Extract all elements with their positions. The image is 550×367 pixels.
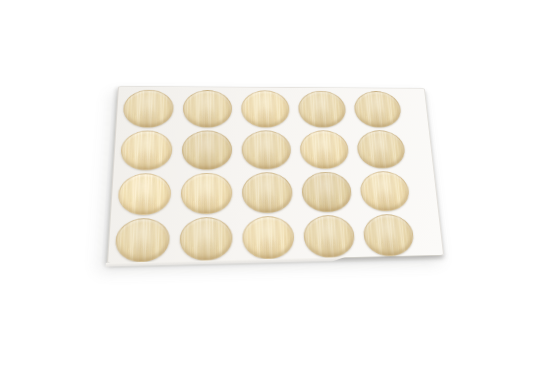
photo-stage [0, 0, 550, 367]
cover-cap [299, 130, 349, 169]
cover-cap [182, 131, 233, 170]
cap-cell [354, 170, 415, 214]
cover-cap [241, 90, 290, 127]
cap-cell [351, 129, 411, 170]
cap-cell [177, 129, 238, 172]
cap-cell [237, 89, 295, 129]
cover-cap [120, 131, 173, 171]
cap-cell [174, 215, 238, 263]
cap-cell [349, 90, 407, 129]
cover-cap [362, 214, 415, 257]
cap-sheet [107, 86, 444, 264]
cap-cell [237, 214, 299, 261]
cap-cell [178, 89, 237, 130]
cover-cap [242, 172, 293, 213]
cover-cap [242, 216, 294, 260]
cover-cap [117, 173, 171, 215]
cover-cap [303, 215, 356, 258]
cover-cap [114, 218, 170, 263]
cover-cap [183, 90, 232, 128]
cap-cell [112, 172, 177, 218]
cover-cap [122, 90, 174, 128]
cap-cell [115, 129, 178, 172]
cap-cell [237, 171, 298, 216]
cap-cell [175, 171, 237, 216]
cover-cap [179, 217, 232, 261]
cap-cell [296, 170, 357, 214]
cover-cap [359, 171, 411, 211]
cover-cap [242, 130, 292, 169]
cover-cap [353, 91, 402, 127]
cap-cell [293, 89, 351, 129]
cover-cap [298, 91, 347, 128]
cap-cell [109, 216, 175, 264]
cover-cap [356, 130, 406, 168]
cap-cell [357, 212, 420, 258]
cover-cap [180, 173, 232, 215]
cap-cell [117, 88, 178, 129]
cap-cell [298, 213, 361, 260]
cap-cell [295, 129, 355, 171]
cover-cap [301, 172, 352, 213]
cap-grid [109, 88, 420, 264]
cap-cell [237, 129, 297, 171]
